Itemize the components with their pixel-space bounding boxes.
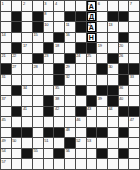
cell-r6c3[interactable] [22,54,32,64]
cell-r3c3[interactable] [22,22,32,32]
cell-r11c11[interactable]: 44 [108,107,118,117]
cell-r14c11[interactable] [108,138,118,148]
block-cell-r3c4 [33,22,43,32]
block-cell-r10c5 [44,96,54,106]
cell-r12c12[interactable] [119,117,129,127]
cell-r11c3[interactable]: 41 [22,107,32,117]
cell-r5c6[interactable]: 18 [54,43,64,53]
block-cell-r9c10 [97,86,107,96]
cell-r8c3[interactable] [22,75,32,85]
cell-r15c7[interactable]: 56 [65,149,75,159]
clue-number: 56 [66,149,70,154]
clue-number: 45 [2,117,6,122]
cell-r13c8[interactable] [76,128,86,138]
cell-r2c3[interactable] [22,12,32,22]
cell-r12c1[interactable]: 45 [1,117,11,127]
block-cell-r2c12 [119,12,129,22]
clue-number: 54 [2,149,6,154]
cell-r12c13[interactable]: 47 [129,117,139,127]
cell-r14c10[interactable] [97,138,107,148]
cell-r16c2[interactable] [12,159,22,169]
cell-r16c12[interactable] [119,159,129,169]
clue-number: 23 [44,54,48,59]
cell-r15c13[interactable] [129,149,139,159]
cell-r10c10[interactable]: 39 [97,96,107,106]
cell-r9c4[interactable] [33,86,43,96]
block-cell-r13c5 [44,128,54,138]
cell-r8c11[interactable] [108,75,118,85]
block-cell-r2c4 [33,12,43,22]
cell-r5c1[interactable] [1,43,11,53]
cell-r4c8[interactable] [76,33,86,43]
cell-r1c6[interactable]: 4 [54,1,64,11]
cell-r12c9[interactable] [87,117,97,127]
cell-r3c13[interactable] [129,22,139,32]
cell-r10c13[interactable] [129,96,139,106]
cell-r8c1[interactable]: 31 [1,75,11,85]
cell-r10c2[interactable] [12,96,22,106]
cell-r14c5[interactable]: 51 [44,138,54,148]
cell-r11c4[interactable] [33,107,43,117]
cell-r14c6[interactable] [54,138,64,148]
cell-r12c7[interactable] [65,117,75,127]
cell-r8c9[interactable] [87,75,97,85]
block-cell-r5c8 [76,43,86,53]
cell-r3c5[interactable]: 10 [44,22,54,32]
crossword-grid: 12345А6789Д101112А13141516Н1718192021222… [0,0,140,170]
block-cell-r6c11 [108,54,118,64]
block-cell-r9c2 [12,86,22,96]
clue-number: 47 [130,117,134,122]
block-cell-r8c12 [119,75,129,85]
cell-r9c9[interactable] [87,86,97,96]
cell-r10c6[interactable]: 38 [54,96,64,106]
cell-r4c10[interactable] [97,33,107,43]
cell-r8c7[interactable]: 32 [65,75,75,85]
clue-number: 14 [2,33,6,38]
clue-number: 19 [98,43,102,48]
cell-r8c5[interactable] [44,75,54,85]
clue-number: 31 [2,75,6,80]
cell-r4c3[interactable] [22,33,32,43]
block-cell-r2c11 [108,12,118,22]
clue-number: 15 [34,33,38,38]
block-cell-r9c11 [108,86,118,96]
cell-r13c7[interactable]: 48 [65,128,75,138]
cell-r14c2[interactable]: 50 [12,138,22,148]
cell-r8c4[interactable] [33,75,43,85]
block-cell-r3c8 [76,22,86,32]
clue-number: 50 [12,138,16,143]
clue-number: 37 [2,96,6,101]
cell-r4c11[interactable] [108,33,118,43]
cell-r1c12[interactable] [119,1,129,11]
cell-r5c13[interactable] [129,43,139,53]
block-cell-r3c2 [12,22,22,32]
cell-r9c7[interactable] [65,86,75,96]
cell-r2c5[interactable]: 8 [44,12,54,22]
cell-r12c5[interactable] [44,117,54,127]
cell-r1c7[interactable] [65,1,75,11]
cell-r16c7[interactable] [65,159,75,169]
clue-number: 46 [76,117,80,122]
clue-number: 1 [2,1,4,6]
cell-r10c12[interactable]: 40 [119,96,129,106]
clue-number: 38 [55,96,59,101]
cell-r1c11[interactable] [108,1,118,11]
clue-number: 8 [44,12,46,17]
cell-r16c13[interactable] [129,159,139,169]
block-cell-r11c2 [12,107,22,117]
cell-r15c9[interactable] [87,149,97,159]
cell-r10c4[interactable] [33,96,43,106]
cell-r12c4[interactable] [33,117,43,127]
clue-number: 40 [119,96,123,101]
block-cell-r14c7 [65,138,75,148]
clue-number: 53 [87,138,91,143]
cell-r7c5[interactable] [44,64,54,74]
cell-r6c6[interactable] [54,54,64,64]
clue-number: 29 [66,64,70,69]
block-cell-r15c12 [119,149,129,159]
clue-number: 10 [44,22,48,27]
filled-letter: Н [87,33,97,43]
clue-number: 26 [119,54,123,59]
cell-r12c10[interactable] [97,117,107,127]
clue-number: 16 [66,33,70,38]
cell-r3c12[interactable] [119,22,129,32]
clue-number: 3 [44,1,46,6]
cell-r5c3[interactable]: 17 [22,43,32,53]
cell-r7c4[interactable]: 28 [33,64,43,74]
cell-r13c4[interactable] [33,128,43,138]
cell-r15c11[interactable] [108,149,118,159]
clue-number: 30 [108,64,112,69]
clue-number: 48 [66,128,70,133]
cell-r9c1[interactable] [1,86,11,96]
cell-r1c13[interactable]: 7 [129,1,139,11]
clue-number: 34 [23,86,27,91]
cell-r15c1[interactable]: 54 [1,149,11,159]
block-cell-r7c12 [119,64,129,74]
cell-r9c12[interactable]: 36 [119,86,129,96]
cell-r2c13[interactable] [129,12,139,22]
cell-r5c12[interactable]: 20 [119,43,129,53]
cell-r4c1[interactable]: 14 [1,33,11,43]
block-cell-r13c10 [97,128,107,138]
cell-r8c2[interactable] [12,75,22,85]
cell-r16c1[interactable]: 57 [1,159,11,169]
block-cell-r11c8 [76,107,86,117]
clue-number: 18 [55,43,59,48]
cell-r10c8[interactable] [76,96,86,106]
cell-r2c1[interactable] [1,12,11,22]
cell-r14c9[interactable]: 53 [87,138,97,148]
cell-r14c12[interactable] [119,138,129,148]
clue-number: 39 [98,96,102,101]
cell-r15c5[interactable] [44,149,54,159]
cell-r2c10[interactable] [97,12,107,22]
filled-letter: А [87,1,97,11]
block-cell-r13c12 [119,128,129,138]
clue-number: 49 [2,138,6,143]
block-cell-r13c9 [87,128,97,138]
cell-r5c11[interactable] [108,43,118,53]
cell-r9c3[interactable]: 34 [22,86,32,96]
cell-r15c8[interactable] [76,149,86,159]
cell-r8c10[interactable] [97,75,107,85]
cell-r13c11[interactable] [108,128,118,138]
block-cell-r10c11 [108,96,118,106]
cell-r16c6[interactable] [54,159,64,169]
cell-r11c6[interactable]: 42 [54,107,64,117]
cell-r1c10[interactable]: 6 [97,1,107,11]
clue-number: 17 [23,43,27,48]
cell-r2c6[interactable] [54,12,64,22]
cell-r12c11[interactable] [108,117,118,127]
filled-letter: А [87,22,97,32]
cell-r1c8[interactable] [76,1,86,11]
cell-r1c2[interactable] [12,1,22,11]
block-cell-r13c2 [12,128,22,138]
clue-number: 27 [12,64,16,69]
cell-r9c5[interactable] [44,86,54,96]
cell-r6c12[interactable]: 26 [119,54,129,64]
cell-r14c8[interactable]: 52 [76,138,86,148]
cell-r16c9[interactable] [87,159,97,169]
cell-r16c3[interactable] [22,159,32,169]
cell-r6c10[interactable] [97,54,107,64]
cell-r14c1[interactable]: 49 [1,138,11,148]
cell-r12c2[interactable] [12,117,22,127]
cell-r3c10[interactable] [97,22,107,32]
clue-number: 13 [108,22,112,27]
cell-r11c9[interactable]: 43 [87,107,97,117]
cell-r16c11[interactable] [108,159,118,169]
cell-r16c4[interactable] [33,159,43,169]
block-cell-r4c6 [54,33,64,43]
block-cell-r10c9 [87,96,97,106]
cell-r8c13[interactable]: 33 [129,75,139,85]
cell-r3c6[interactable] [54,22,64,32]
cell-r16c5[interactable] [44,159,54,169]
clue-number: 42 [55,107,59,112]
clue-number: 25 [87,54,91,59]
clue-number: 24 [76,54,80,59]
block-cell-r8c6 [54,75,64,85]
clue-number: 28 [34,64,38,69]
cell-r4c2[interactable] [12,33,22,43]
cell-r5c7[interactable] [65,43,75,53]
block-cell-r11c5 [44,107,54,117]
cell-r4c5[interactable] [44,33,54,43]
cell-r14c4[interactable] [33,138,43,148]
block-cell-r13c6 [54,128,64,138]
cell-r4c13[interactable] [129,33,139,43]
cell-r5c10[interactable]: 19 [97,43,107,53]
cell-r3c1[interactable] [1,22,11,32]
clue-number: 7 [130,1,132,6]
cell-r12c6[interactable] [54,117,64,127]
clue-number: 6 [98,1,100,6]
block-cell-r7c10 [97,64,107,74]
clue-number: 21 [2,54,6,59]
cell-r10c3[interactable] [22,96,32,106]
cell-r1c5[interactable]: 3 [44,1,54,11]
cell-r5c4[interactable] [33,43,43,53]
block-cell-r5c2 [12,43,22,53]
cell-r2c9[interactable]: 9Д [87,12,97,22]
cell-r7c7[interactable]: 29 [65,64,75,74]
cell-r10c7[interactable] [65,96,75,106]
block-cell-r6c4 [33,54,43,64]
cell-r14c3[interactable] [22,138,32,148]
clue-number: 36 [119,86,123,91]
cell-r9c6[interactable]: 35 [54,86,64,96]
clue-number: 33 [130,75,134,80]
block-cell-r6c7 [65,54,75,64]
cell-r4c9[interactable]: Н [87,33,97,43]
block-cell-r13c3 [22,128,32,138]
block-cell-r15c10 [97,149,107,159]
cell-r7c8[interactable] [76,64,86,74]
cell-r8c8[interactable] [76,75,86,85]
clue-number: 57 [2,159,6,164]
cell-r3c7[interactable]: 11 [65,22,75,32]
clue-number: 2 [23,1,25,6]
cell-r6c8[interactable]: 24 [76,54,86,64]
cell-r1c3[interactable]: 2 [22,1,32,11]
block-cell-r4c12 [119,33,129,43]
cell-r4c7[interactable]: 16 [65,33,75,43]
clue-number: 55 [34,149,38,154]
cell-r11c10[interactable] [97,107,107,117]
block-cell-r11c12 [119,107,129,117]
cell-r6c2[interactable]: 22 [12,54,22,64]
block-cell-r7c13 [129,64,139,74]
cell-r1c1[interactable]: 1 [1,1,11,11]
cell-r4c4[interactable]: 15 [33,33,43,43]
cell-r7c3[interactable] [22,64,32,74]
block-cell-r2c7 [65,12,75,22]
cell-r9c13[interactable] [129,86,139,96]
cell-r11c1[interactable] [1,107,11,117]
clue-number: 4 [55,1,57,6]
block-cell-r7c6 [54,64,64,74]
clue-number: 52 [76,138,80,143]
block-cell-r5c9 [87,43,97,53]
clue-number: 35 [55,86,59,91]
cell-r16c8[interactable] [76,159,86,169]
clue-number: 43 [87,107,91,112]
cell-r1c4[interactable] [33,1,43,11]
cell-r6c13[interactable] [129,54,139,64]
block-cell-r15c6 [54,149,64,159]
cell-r11c7[interactable] [65,107,75,117]
cell-r13c13[interactable] [129,128,139,138]
cell-r12c8[interactable]: 46 [76,117,86,127]
crossword-app: 12345А6789Д101112А13141516Н1718192021222… [0,0,140,170]
clue-number: 32 [66,75,70,80]
clue-number: 20 [119,43,123,48]
block-cell-r2c2 [12,12,22,22]
cell-r3c9[interactable]: 12А [87,22,97,32]
clue-number: 41 [23,107,27,112]
block-cell-r5c5 [44,43,54,53]
block-cell-r11c13 [129,107,139,117]
cell-r1c9[interactable]: 5А [87,1,97,11]
block-cell-r9c8 [76,86,86,96]
block-cell-r15c3 [22,149,32,159]
clue-number: 11 [66,22,70,27]
cell-r7c2[interactable]: 27 [12,64,22,74]
cell-r7c9[interactable] [87,64,97,74]
cell-r6c5[interactable]: 23 [44,54,54,64]
cell-r6c9[interactable]: 25 [87,54,97,64]
cell-r6c1[interactable]: 21 [1,54,11,64]
cell-r14c13[interactable] [129,138,139,148]
clue-number: 44 [108,107,112,112]
clue-number: 22 [12,54,16,59]
cell-r15c2[interactable] [12,149,22,159]
clue-number: 51 [44,138,48,143]
cell-r13c1[interactable] [1,128,11,138]
block-cell-r7c1 [1,64,11,74]
cell-r10c1[interactable]: 37 [1,96,11,106]
filled-letter: Д [87,12,97,22]
cell-r12c3[interactable] [22,117,32,127]
cell-r7c11[interactable]: 30 [108,64,118,74]
cell-r3c11[interactable]: 13 [108,22,118,32]
block-cell-r2c8 [76,12,86,22]
cell-r16c10[interactable] [97,159,107,169]
cell-r15c4[interactable]: 55 [33,149,43,159]
